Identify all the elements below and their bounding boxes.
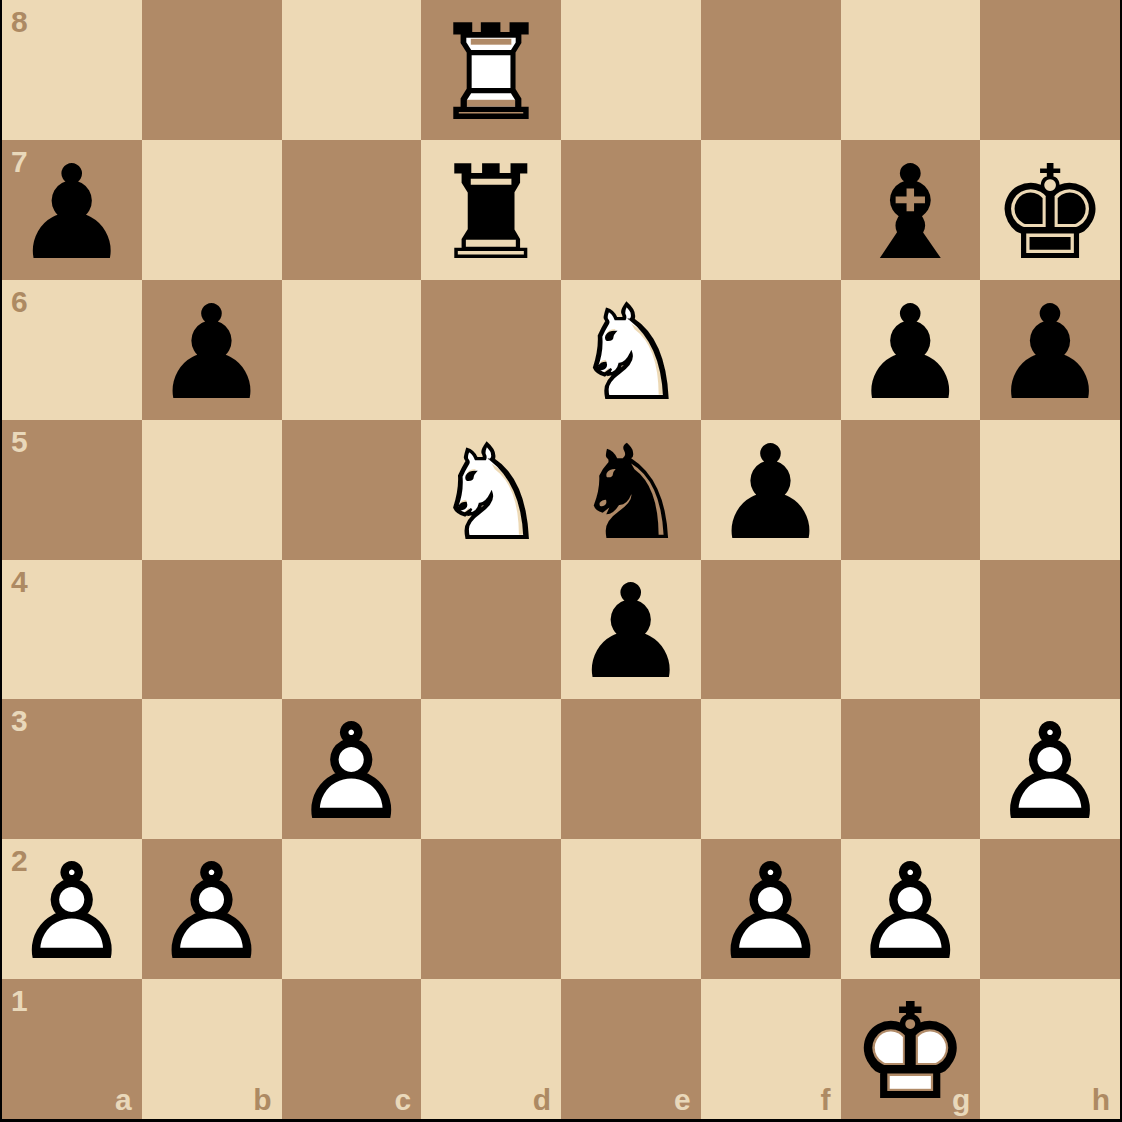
- white-piece-fill-glyph: ♟: [142, 842, 282, 982]
- piece-white-pawn[interactable]: ♟♙: [980, 699, 1120, 839]
- square-b1[interactable]: b: [142, 979, 282, 1119]
- piece-black-bishop[interactable]: ♝: [841, 140, 981, 280]
- square-g8[interactable]: [841, 0, 981, 140]
- rank-label-5: 5: [11, 425, 28, 459]
- square-c1[interactable]: c: [282, 979, 422, 1119]
- white-piece-fill-glyph: ♟: [841, 842, 981, 982]
- piece-black-pawn[interactable]: ♟: [841, 280, 981, 420]
- white-piece-fill-glyph: ♟: [282, 702, 422, 842]
- white-piece-outline-glyph: ♘: [421, 423, 561, 563]
- piece-white-knight[interactable]: ♞♘: [421, 420, 561, 560]
- square-c4[interactable]: [282, 560, 422, 700]
- piece-white-knight[interactable]: ♞♘: [561, 280, 701, 420]
- square-e2[interactable]: [561, 839, 701, 979]
- white-piece-fill-glyph: ♟: [980, 702, 1120, 842]
- square-h6[interactable]: ♟: [980, 280, 1120, 420]
- square-a7[interactable]: 7♟: [2, 140, 142, 280]
- piece-black-pawn[interactable]: ♟: [142, 280, 282, 420]
- chessboard-frame: 8♜♖7♟♜♝♚6♟♞♘♟♟5♞♘♞♟4♟3♟♙♟♙2♟♙♟♙♟♙♟♙1abcd…: [0, 0, 1122, 1122]
- white-piece-outline-glyph: ♙: [282, 702, 422, 842]
- square-g7[interactable]: ♝: [841, 140, 981, 280]
- file-label-h: h: [1092, 1083, 1110, 1117]
- piece-white-pawn[interactable]: ♟♙: [2, 839, 142, 979]
- square-g2[interactable]: ♟♙: [841, 839, 981, 979]
- white-piece-outline-glyph: ♖: [421, 3, 561, 143]
- white-piece-outline-glyph: ♙: [2, 842, 142, 982]
- square-c7[interactable]: [282, 140, 422, 280]
- white-piece-outline-glyph: ♙: [841, 842, 981, 982]
- white-piece-outline-glyph: ♘: [561, 283, 701, 423]
- square-b3[interactable]: [142, 699, 282, 839]
- square-c5[interactable]: [282, 420, 422, 560]
- square-c2[interactable]: [282, 839, 422, 979]
- chessboard: 8♜♖7♟♜♝♚6♟♞♘♟♟5♞♘♞♟4♟3♟♙♟♙2♟♙♟♙♟♙♟♙1abcd…: [2, 0, 1120, 1119]
- piece-black-king[interactable]: ♚: [980, 140, 1120, 280]
- square-g1[interactable]: g♚♔: [841, 979, 981, 1119]
- file-label-d: d: [533, 1083, 551, 1117]
- piece-black-knight[interactable]: ♞: [561, 420, 701, 560]
- black-piece-glyph: ♟: [701, 423, 841, 563]
- square-c6[interactable]: [282, 280, 422, 420]
- square-b2[interactable]: ♟♙: [142, 839, 282, 979]
- white-piece-outline-glyph: ♙: [142, 842, 282, 982]
- black-piece-glyph: ♝: [841, 143, 981, 283]
- square-a6[interactable]: 6: [2, 280, 142, 420]
- white-piece-fill-glyph: ♜: [421, 3, 561, 143]
- square-b6[interactable]: ♟: [142, 280, 282, 420]
- black-piece-glyph: ♟: [2, 143, 142, 283]
- square-h4[interactable]: [980, 560, 1120, 700]
- white-piece-outline-glyph: ♙: [701, 842, 841, 982]
- square-d4[interactable]: [421, 560, 561, 700]
- square-e7[interactable]: [561, 140, 701, 280]
- white-piece-fill-glyph: ♞: [421, 423, 561, 563]
- square-f7[interactable]: [701, 140, 841, 280]
- square-e3[interactable]: [561, 699, 701, 839]
- file-label-a: a: [115, 1083, 132, 1117]
- square-a3[interactable]: 3: [2, 699, 142, 839]
- file-label-e: e: [674, 1083, 691, 1117]
- black-piece-glyph: ♟: [561, 563, 701, 703]
- square-g3[interactable]: [841, 699, 981, 839]
- piece-black-pawn[interactable]: ♟: [980, 280, 1120, 420]
- square-d6[interactable]: [421, 280, 561, 420]
- black-piece-glyph: ♞: [561, 423, 701, 563]
- rank-label-6: 6: [11, 285, 28, 319]
- white-piece-fill-glyph: ♟: [701, 842, 841, 982]
- square-a8[interactable]: 8: [2, 0, 142, 140]
- square-g6[interactable]: ♟: [841, 280, 981, 420]
- black-piece-glyph: ♜: [421, 143, 561, 283]
- black-piece-glyph: ♟: [142, 283, 282, 423]
- black-piece-glyph: ♚: [980, 143, 1120, 283]
- square-a1[interactable]: 1a: [2, 979, 142, 1119]
- rank-label-8: 8: [11, 5, 28, 39]
- square-h1[interactable]: h: [980, 979, 1120, 1119]
- white-piece-outline-glyph: ♙: [980, 702, 1120, 842]
- piece-white-pawn[interactable]: ♟♙: [701, 839, 841, 979]
- square-b5[interactable]: [142, 420, 282, 560]
- white-piece-fill-glyph: ♚: [841, 982, 981, 1122]
- file-label-f: f: [821, 1083, 831, 1117]
- file-label-b: b: [253, 1083, 271, 1117]
- square-g4[interactable]: [841, 560, 981, 700]
- square-f3[interactable]: [701, 699, 841, 839]
- square-d2[interactable]: [421, 839, 561, 979]
- white-piece-fill-glyph: ♞: [561, 283, 701, 423]
- piece-black-pawn[interactable]: ♟: [561, 560, 701, 700]
- rank-label-4: 4: [11, 565, 28, 599]
- piece-white-rook[interactable]: ♜♖: [421, 0, 561, 140]
- piece-black-pawn[interactable]: ♟: [701, 420, 841, 560]
- rank-label-3: 3: [11, 704, 28, 738]
- white-piece-fill-glyph: ♟: [2, 842, 142, 982]
- square-e1[interactable]: e: [561, 979, 701, 1119]
- square-f5[interactable]: ♟: [701, 420, 841, 560]
- black-piece-glyph: ♟: [980, 283, 1120, 423]
- square-a5[interactable]: 5: [2, 420, 142, 560]
- square-b7[interactable]: [142, 140, 282, 280]
- white-piece-outline-glyph: ♔: [841, 982, 981, 1122]
- square-a2[interactable]: 2♟♙: [2, 839, 142, 979]
- square-d8[interactable]: ♜♖: [421, 0, 561, 140]
- square-e8[interactable]: [561, 0, 701, 140]
- square-h7[interactable]: ♚: [980, 140, 1120, 280]
- square-b4[interactable]: [142, 560, 282, 700]
- square-f8[interactable]: [701, 0, 841, 140]
- piece-black-pawn[interactable]: ♟: [2, 140, 142, 280]
- square-e6[interactable]: ♞♘: [561, 280, 701, 420]
- black-piece-glyph: ♟: [841, 283, 981, 423]
- square-b8[interactable]: [142, 0, 282, 140]
- square-a4[interactable]: 4: [2, 560, 142, 700]
- square-e5[interactable]: ♞: [561, 420, 701, 560]
- square-f1[interactable]: f: [701, 979, 841, 1119]
- square-h3[interactable]: ♟♙: [980, 699, 1120, 839]
- square-f2[interactable]: ♟♙: [701, 839, 841, 979]
- square-d1[interactable]: d: [421, 979, 561, 1119]
- square-f4[interactable]: [701, 560, 841, 700]
- rank-label-1: 1: [11, 984, 28, 1018]
- square-e4[interactable]: ♟: [561, 560, 701, 700]
- square-d7[interactable]: ♜: [421, 140, 561, 280]
- square-d3[interactable]: [421, 699, 561, 839]
- square-d5[interactable]: ♞♘: [421, 420, 561, 560]
- square-h5[interactable]: [980, 420, 1120, 560]
- piece-white-pawn[interactable]: ♟♙: [142, 839, 282, 979]
- piece-black-rook[interactable]: ♜: [421, 140, 561, 280]
- square-c3[interactable]: ♟♙: [282, 699, 422, 839]
- square-g5[interactable]: [841, 420, 981, 560]
- square-h2[interactable]: [980, 839, 1120, 979]
- piece-white-king[interactable]: ♚♔: [841, 979, 981, 1119]
- piece-white-pawn[interactable]: ♟♙: [841, 839, 981, 979]
- file-label-c: c: [395, 1083, 412, 1117]
- square-c8[interactable]: [282, 0, 422, 140]
- square-f6[interactable]: [701, 280, 841, 420]
- piece-white-pawn[interactable]: ♟♙: [282, 699, 422, 839]
- square-h8[interactable]: [980, 0, 1120, 140]
